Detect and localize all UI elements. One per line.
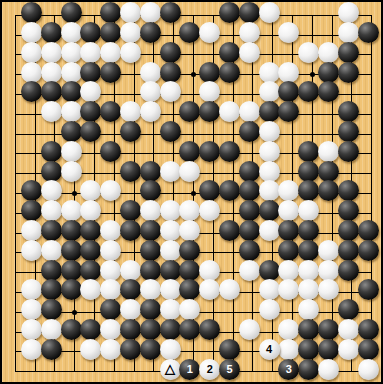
white-stone[interactable]	[21, 62, 42, 83]
white-stone[interactable]	[239, 42, 260, 63]
white-stone[interactable]	[100, 279, 121, 300]
white-stone[interactable]	[21, 240, 42, 261]
white-stone[interactable]	[160, 220, 181, 241]
black-stone[interactable]	[199, 141, 220, 162]
black-stone[interactable]	[358, 22, 379, 43]
white-stone[interactable]	[21, 339, 42, 360]
white-stone[interactable]	[199, 279, 220, 300]
white-stone[interactable]	[80, 180, 101, 201]
white-stone[interactable]	[199, 200, 220, 221]
black-stone[interactable]	[278, 240, 299, 261]
black-stone[interactable]	[219, 180, 240, 201]
white-stone[interactable]	[61, 161, 82, 182]
black-stone[interactable]	[140, 22, 161, 43]
white-stone[interactable]	[120, 2, 141, 23]
black-stone[interactable]	[219, 141, 240, 162]
black-stone[interactable]	[100, 101, 121, 122]
black-stone[interactable]	[239, 161, 260, 182]
white-stone[interactable]	[338, 2, 359, 23]
white-stone[interactable]	[259, 299, 280, 320]
move-number-label: 3	[286, 364, 292, 375]
move-number-label: 1	[187, 364, 193, 375]
white-stone[interactable]	[298, 200, 319, 221]
white-stone[interactable]	[298, 279, 319, 300]
white-stone[interactable]	[140, 2, 161, 23]
black-stone[interactable]	[41, 279, 62, 300]
white-stone[interactable]	[278, 279, 299, 300]
white-stone[interactable]	[21, 220, 42, 241]
black-stone[interactable]	[338, 220, 359, 241]
white-stone[interactable]	[41, 200, 62, 221]
white-stone[interactable]	[80, 279, 101, 300]
white-stone[interactable]	[318, 279, 339, 300]
white-stone[interactable]	[160, 81, 181, 102]
black-stone[interactable]	[259, 200, 280, 221]
white-stone[interactable]	[41, 42, 62, 63]
black-stone[interactable]	[278, 220, 299, 241]
black-stone[interactable]	[199, 180, 220, 201]
black-stone[interactable]	[80, 101, 101, 122]
black-stone[interactable]	[338, 260, 359, 281]
white-stone[interactable]	[318, 260, 339, 281]
white-stone[interactable]	[100, 319, 121, 340]
white-stone[interactable]	[41, 101, 62, 122]
black-stone[interactable]	[298, 141, 319, 162]
black-stone[interactable]	[80, 220, 101, 241]
black-stone[interactable]	[278, 81, 299, 102]
white-stone[interactable]	[219, 279, 240, 300]
white-stone[interactable]	[278, 22, 299, 43]
white-stone[interactable]	[80, 42, 101, 63]
black-stone[interactable]	[21, 81, 42, 102]
white-stone[interactable]	[318, 240, 339, 261]
white-stone[interactable]	[140, 62, 161, 83]
white-stone[interactable]	[179, 220, 200, 241]
white-stone[interactable]	[179, 161, 200, 182]
black-stone[interactable]	[358, 339, 379, 360]
white-stone[interactable]	[100, 339, 121, 360]
black-stone[interactable]	[120, 121, 141, 142]
black-stone[interactable]	[358, 220, 379, 241]
white-stone[interactable]	[160, 200, 181, 221]
star-point	[72, 191, 77, 196]
white-stone[interactable]	[239, 319, 260, 340]
black-stone[interactable]	[239, 180, 260, 201]
white-stone[interactable]	[298, 260, 319, 281]
black-stone[interactable]	[219, 2, 240, 23]
black-stone[interactable]	[179, 240, 200, 261]
white-stone[interactable]	[318, 141, 339, 162]
black-stone[interactable]	[140, 220, 161, 241]
black-stone[interactable]	[318, 339, 339, 360]
black-stone[interactable]	[298, 339, 319, 360]
white-stone[interactable]	[259, 121, 280, 142]
black-stone[interactable]	[338, 200, 359, 221]
black-stone[interactable]	[338, 42, 359, 63]
black-stone[interactable]	[120, 319, 141, 340]
white-stone[interactable]	[160, 299, 181, 320]
white-stone[interactable]	[160, 240, 181, 261]
white-stone[interactable]	[179, 200, 200, 221]
white-stone[interactable]	[140, 81, 161, 102]
white-stone[interactable]	[100, 42, 121, 63]
black-stone[interactable]	[120, 339, 141, 360]
white-stone[interactable]	[278, 200, 299, 221]
white-stone[interactable]	[199, 81, 220, 102]
white-stone[interactable]	[21, 299, 42, 320]
white-stone[interactable]	[41, 180, 62, 201]
black-stone[interactable]	[21, 180, 42, 201]
white-stone[interactable]	[259, 2, 280, 23]
black-stone[interactable]	[41, 220, 62, 241]
move-3-stone[interactable]: 3	[278, 359, 299, 380]
black-stone[interactable]	[140, 299, 161, 320]
move-number-label: 2	[207, 364, 213, 375]
go-board[interactable]: △12543	[0, 0, 383, 384]
black-stone[interactable]	[318, 62, 339, 83]
black-stone[interactable]	[41, 161, 62, 182]
black-stone[interactable]	[179, 279, 200, 300]
black-stone[interactable]	[318, 319, 339, 340]
white-stone[interactable]	[21, 319, 42, 340]
black-stone[interactable]	[80, 240, 101, 261]
star-point	[310, 72, 315, 77]
white-stone[interactable]	[259, 220, 280, 241]
white-stone[interactable]	[199, 22, 220, 43]
white-stone[interactable]	[239, 260, 260, 281]
white-stone[interactable]	[278, 260, 299, 281]
white-stone[interactable]	[239, 101, 260, 122]
black-stone[interactable]	[199, 101, 220, 122]
black-stone[interactable]	[219, 42, 240, 63]
move-5-stone[interactable]: 5	[219, 359, 240, 380]
star-point	[191, 72, 196, 77]
black-stone[interactable]	[21, 200, 42, 221]
black-stone[interactable]	[160, 62, 181, 83]
white-stone[interactable]	[61, 42, 82, 63]
white-stone[interactable]	[338, 339, 359, 360]
black-stone[interactable]	[160, 260, 181, 281]
black-stone[interactable]	[140, 161, 161, 182]
black-stone[interactable]	[120, 200, 141, 221]
black-stone[interactable]	[298, 180, 319, 201]
black-stone[interactable]	[338, 121, 359, 142]
black-stone[interactable]	[278, 101, 299, 122]
star-point	[191, 191, 196, 196]
black-stone[interactable]	[100, 62, 121, 83]
black-stone[interactable]	[41, 339, 62, 360]
black-stone[interactable]	[239, 200, 260, 221]
white-stone[interactable]	[160, 279, 181, 300]
white-stone[interactable]	[259, 279, 280, 300]
black-stone[interactable]	[41, 22, 62, 43]
black-stone[interactable]	[219, 220, 240, 241]
black-stone[interactable]	[61, 2, 82, 23]
black-stone[interactable]	[61, 319, 82, 340]
white-stone[interactable]	[239, 22, 260, 43]
white-stone[interactable]	[298, 42, 319, 63]
white-stone[interactable]	[80, 339, 101, 360]
black-stone[interactable]	[239, 240, 260, 261]
black-stone[interactable]	[298, 359, 319, 380]
white-stone[interactable]	[338, 22, 359, 43]
white-stone[interactable]	[140, 279, 161, 300]
black-stone[interactable]	[179, 141, 200, 162]
black-stone[interactable]	[358, 319, 379, 340]
white-stone[interactable]	[100, 220, 121, 241]
black-stone[interactable]	[61, 220, 82, 241]
move-2-stone[interactable]: 2	[199, 359, 220, 380]
white-stone[interactable]	[179, 299, 200, 320]
white-stone[interactable]	[61, 62, 82, 83]
move-1-stone[interactable]: 1	[179, 359, 200, 380]
black-stone[interactable]	[21, 2, 42, 23]
black-stone[interactable]	[160, 121, 181, 142]
white-stone[interactable]	[61, 200, 82, 221]
black-stone[interactable]	[358, 240, 379, 261]
white-stone[interactable]	[278, 319, 299, 340]
black-stone[interactable]	[80, 319, 101, 340]
black-stone[interactable]	[298, 220, 319, 241]
black-stone[interactable]	[298, 240, 319, 261]
black-stone[interactable]	[239, 220, 260, 241]
white-stone[interactable]	[259, 180, 280, 201]
triangle-marked-stone[interactable]: △	[160, 359, 181, 380]
black-stone[interactable]	[199, 62, 220, 83]
white-stone[interactable]	[140, 101, 161, 122]
move-number-label: 4	[266, 344, 272, 355]
black-stone[interactable]	[179, 319, 200, 340]
white-stone[interactable]	[120, 42, 141, 63]
black-stone[interactable]	[100, 299, 121, 320]
white-stone[interactable]	[259, 161, 280, 182]
white-stone[interactable]	[21, 42, 42, 63]
black-stone[interactable]	[358, 279, 379, 300]
white-stone[interactable]	[61, 141, 82, 162]
black-stone[interactable]	[100, 2, 121, 23]
black-stone[interactable]	[80, 121, 101, 142]
black-stone[interactable]	[80, 260, 101, 281]
white-stone[interactable]	[120, 101, 141, 122]
black-stone[interactable]	[120, 279, 141, 300]
black-stone[interactable]	[259, 101, 280, 122]
white-stone[interactable]	[259, 141, 280, 162]
black-stone[interactable]	[318, 81, 339, 102]
black-stone[interactable]	[179, 22, 200, 43]
black-stone[interactable]	[80, 62, 101, 83]
black-stone[interactable]	[100, 141, 121, 162]
black-stone[interactable]	[140, 319, 161, 340]
white-stone[interactable]	[120, 260, 141, 281]
white-stone[interactable]	[160, 339, 181, 360]
white-stone[interactable]	[318, 42, 339, 63]
white-stone[interactable]	[100, 260, 121, 281]
black-stone[interactable]	[338, 101, 359, 122]
black-stone[interactable]	[219, 339, 240, 360]
black-stone[interactable]	[61, 240, 82, 261]
black-stone[interactable]	[80, 22, 101, 43]
black-stone[interactable]	[160, 2, 181, 23]
black-stone[interactable]	[61, 260, 82, 281]
white-stone[interactable]	[41, 240, 62, 261]
black-stone[interactable]	[199, 319, 220, 340]
white-stone[interactable]	[318, 359, 339, 380]
white-stone[interactable]	[100, 240, 121, 261]
white-stone[interactable]	[278, 180, 299, 201]
black-stone[interactable]	[140, 240, 161, 261]
triangle-icon: △	[165, 362, 175, 375]
white-stone[interactable]	[358, 359, 379, 380]
white-stone[interactable]	[41, 319, 62, 340]
black-stone[interactable]	[239, 2, 260, 23]
white-stone[interactable]	[219, 101, 240, 122]
black-stone[interactable]	[61, 81, 82, 102]
white-stone[interactable]	[21, 22, 42, 43]
black-stone[interactable]	[120, 161, 141, 182]
black-stone[interactable]	[259, 260, 280, 281]
black-stone[interactable]	[41, 260, 62, 281]
black-stone[interactable]	[318, 180, 339, 201]
white-stone[interactable]	[120, 299, 141, 320]
black-stone[interactable]	[61, 279, 82, 300]
white-stone[interactable]	[160, 161, 181, 182]
black-stone[interactable]	[140, 339, 161, 360]
black-stone[interactable]	[338, 180, 359, 201]
black-stone[interactable]	[179, 101, 200, 122]
white-stone[interactable]	[80, 200, 101, 221]
black-stone[interactable]	[100, 22, 121, 43]
black-stone[interactable]	[298, 161, 319, 182]
black-stone[interactable]	[120, 220, 141, 241]
white-stone[interactable]	[41, 62, 62, 83]
black-stone[interactable]	[239, 121, 260, 142]
black-stone[interactable]	[160, 42, 181, 63]
white-stone[interactable]	[61, 101, 82, 122]
black-stone[interactable]	[140, 260, 161, 281]
star-point	[72, 310, 77, 315]
move-4-stone[interactable]: 4	[259, 339, 280, 360]
black-stone[interactable]	[338, 141, 359, 162]
black-stone[interactable]	[179, 260, 200, 281]
white-stone[interactable]	[259, 81, 280, 102]
black-stone[interactable]	[338, 299, 359, 320]
white-stone[interactable]	[199, 260, 220, 281]
move-number-label: 5	[226, 364, 232, 375]
white-stone[interactable]	[278, 62, 299, 83]
black-stone[interactable]	[140, 180, 161, 201]
black-stone[interactable]	[41, 299, 62, 320]
white-stone[interactable]	[338, 319, 359, 340]
black-stone[interactable]	[318, 161, 339, 182]
white-stone[interactable]	[100, 180, 121, 201]
white-stone[interactable]	[80, 81, 101, 102]
black-stone[interactable]	[160, 319, 181, 340]
white-stone[interactable]	[140, 200, 161, 221]
white-stone[interactable]	[21, 279, 42, 300]
black-stone[interactable]	[41, 141, 62, 162]
black-stone[interactable]	[298, 319, 319, 340]
black-stone[interactable]	[219, 62, 240, 83]
black-stone[interactable]	[41, 81, 62, 102]
white-stone[interactable]	[298, 299, 319, 320]
white-stone[interactable]	[61, 22, 82, 43]
black-stone[interactable]	[338, 240, 359, 261]
black-stone[interactable]	[338, 62, 359, 83]
white-stone[interactable]	[120, 22, 141, 43]
black-stone[interactable]	[61, 121, 82, 142]
black-stone[interactable]	[298, 81, 319, 102]
white-stone[interactable]	[259, 62, 280, 83]
white-stone[interactable]	[278, 339, 299, 360]
